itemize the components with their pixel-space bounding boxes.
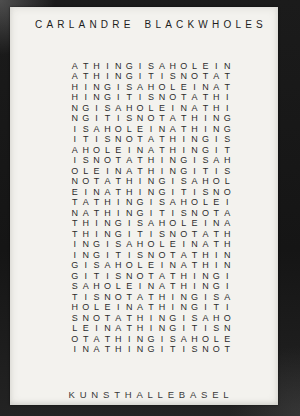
- grid-row: NATHINGITISNOTA: [69, 208, 232, 219]
- grid-cell: I: [128, 230, 131, 239]
- grid-cell: T: [170, 345, 176, 354]
- grid-cell: O: [180, 62, 187, 71]
- grid-cell: N: [224, 62, 231, 71]
- grid-row: TATHINGISAHOLEI: [69, 198, 232, 209]
- grid-cell: O: [137, 104, 144, 113]
- grid-cell: G: [71, 261, 78, 270]
- grid-cell: O: [191, 72, 198, 81]
- grid-cell: T: [116, 177, 122, 186]
- grid-cell: T: [105, 345, 111, 354]
- grid-cell: T: [137, 135, 143, 144]
- grid-cell: O: [158, 83, 165, 92]
- grid-cell: N: [180, 293, 187, 302]
- grid-cell: S: [159, 198, 165, 207]
- grid-cell: T: [126, 314, 132, 323]
- grid-cell: N: [104, 324, 111, 333]
- grid-cell: H: [202, 177, 209, 186]
- grid-cell: O: [82, 177, 89, 186]
- grid-cell: H: [224, 230, 231, 239]
- grid-cell: O: [115, 125, 122, 134]
- grid-cell: T: [148, 272, 154, 281]
- grid-cell: I: [204, 219, 207, 228]
- grid-cell: I: [139, 62, 142, 71]
- grid-cell: N: [82, 345, 89, 354]
- grid-cell: T: [170, 282, 176, 291]
- grid-cell: H: [170, 135, 177, 144]
- grid-cell: I: [95, 104, 98, 113]
- grid-cell: O: [224, 188, 231, 197]
- grid-cell: O: [180, 230, 187, 239]
- grid-cell: A: [104, 188, 110, 197]
- grid-cell: I: [172, 188, 175, 197]
- grid-cell: I: [226, 303, 229, 312]
- grid-cell: H: [93, 62, 100, 71]
- grid-cell: N: [191, 209, 198, 218]
- grid-cell: G: [191, 303, 198, 312]
- grid-cell: I: [84, 83, 87, 92]
- grid-cell: G: [93, 251, 100, 260]
- grid-cell: I: [193, 282, 196, 291]
- grid-cell: I: [193, 156, 196, 165]
- grid-cell: I: [139, 93, 142, 102]
- grid-cell: T: [126, 324, 132, 333]
- grid-row: NOTATHINGISAHOL: [69, 177, 232, 188]
- grid-cell: G: [213, 272, 220, 281]
- grid-cell: H: [104, 125, 111, 134]
- grid-cell: A: [94, 345, 100, 354]
- grid-cell: N: [202, 282, 209, 291]
- grid-cell: N: [93, 188, 100, 197]
- grid-row: LEINATHINGITISN: [69, 324, 232, 335]
- grid-row: INGISAHOLEINATH: [69, 240, 232, 251]
- grid-cell: H: [137, 324, 144, 333]
- grid-row: SAHOLEINATHINGI: [69, 282, 232, 293]
- grid-row: ITISNOTATHINGIS: [69, 135, 232, 146]
- grid-cell: A: [94, 335, 100, 344]
- grid-cell: O: [158, 251, 165, 260]
- grid-cell: N: [213, 114, 220, 123]
- grid-cell: T: [224, 83, 230, 92]
- grid-cell: I: [172, 177, 175, 186]
- grid-cell: A: [72, 146, 78, 155]
- grid-cell: A: [213, 156, 219, 165]
- grid-cell: I: [161, 345, 164, 354]
- grid-cell: A: [94, 125, 100, 134]
- venue-name: KUNSTHALLEBASEL: [17, 389, 285, 400]
- grid-cell: N: [104, 219, 111, 228]
- grid-cell: A: [104, 261, 110, 270]
- grid-cell: T: [72, 198, 78, 207]
- grid-cell: T: [72, 293, 78, 302]
- grid-cell: N: [202, 272, 209, 281]
- grid-cell: I: [204, 125, 207, 134]
- grid-cell: N: [72, 104, 79, 113]
- grid-cell: G: [104, 93, 111, 102]
- grid-cell: I: [204, 114, 207, 123]
- grid-row: ISNOTATHINGISAH: [69, 156, 232, 167]
- grid-cell: N: [104, 230, 111, 239]
- grid-cell: T: [159, 209, 165, 218]
- grid-cell: E: [202, 62, 208, 71]
- grid-row: HINGITISNOTATHI: [69, 93, 232, 104]
- grid-cell: T: [203, 72, 209, 81]
- grid-cell: E: [115, 146, 121, 155]
- grid-cell: L: [83, 167, 88, 176]
- grid-cell: I: [215, 261, 218, 270]
- grid-cell: N: [191, 146, 198, 155]
- grid-cell: N: [159, 93, 166, 102]
- grid-cell: E: [104, 303, 110, 312]
- artist-name: CARLANDRE: [35, 19, 134, 30]
- grid-row: NGITISNOTATHING: [69, 114, 232, 125]
- grid-cell: I: [182, 324, 185, 333]
- grid-cell: L: [94, 303, 99, 312]
- grid-cell: I: [117, 303, 120, 312]
- grid-cell: O: [147, 114, 154, 123]
- grid-cell: S: [137, 251, 143, 260]
- grid-cell: I: [106, 272, 109, 281]
- grid-cell: T: [181, 125, 187, 134]
- grid-cell: E: [72, 188, 78, 197]
- grid-cell: H: [170, 62, 177, 71]
- grid-cell: S: [126, 83, 132, 92]
- grid-cell: I: [182, 314, 185, 323]
- grid-cell: T: [192, 261, 198, 270]
- grid-cell: I: [117, 114, 120, 123]
- grid-cell: H: [191, 125, 198, 134]
- grid-cell: T: [83, 135, 89, 144]
- grid-cell: I: [172, 104, 175, 113]
- grid-cell: T: [105, 114, 111, 123]
- grid-cell: G: [126, 62, 133, 71]
- grid-cell: A: [115, 324, 121, 333]
- grid-cell: H: [104, 198, 111, 207]
- grid-cell: H: [202, 261, 209, 270]
- grid-cell: I: [128, 146, 131, 155]
- grid-cell: I: [182, 135, 185, 144]
- grid-cell: I: [117, 93, 120, 102]
- grid-cell: I: [193, 83, 196, 92]
- grid-cell: T: [83, 335, 89, 344]
- grid-cell: H: [82, 146, 89, 155]
- grid-cell: A: [202, 314, 208, 323]
- grid-cell: T: [116, 251, 122, 260]
- grid-cell: I: [95, 230, 98, 239]
- grid-cell: G: [224, 114, 231, 123]
- grid-cell: H: [82, 219, 89, 228]
- grid-cell: A: [148, 135, 154, 144]
- grid-cell: N: [137, 335, 144, 344]
- grid-cell: I: [106, 240, 109, 249]
- grid-cell: A: [202, 230, 208, 239]
- grid-cell: N: [72, 177, 79, 186]
- grid-cell: N: [159, 314, 166, 323]
- grid-cell: L: [148, 104, 153, 113]
- grid-cell: I: [95, 114, 98, 123]
- grid-cell: G: [93, 240, 100, 249]
- grid-cell: T: [192, 251, 198, 260]
- grid-cell: I: [215, 251, 218, 260]
- grid-cell: E: [159, 104, 165, 113]
- grid-cell: N: [115, 72, 122, 81]
- grid-cell: T: [137, 230, 143, 239]
- grid-cell: S: [83, 156, 89, 165]
- grid-cell: H: [82, 230, 89, 239]
- grid-cell: T: [214, 230, 220, 239]
- grid-cell: H: [148, 83, 155, 92]
- grid-cell: A: [83, 209, 89, 218]
- grid-cell: A: [115, 314, 121, 323]
- grid-cell: A: [83, 198, 89, 207]
- grid-cell: I: [106, 167, 109, 176]
- grid-cell: I: [84, 261, 87, 270]
- grid-cell: S: [192, 345, 198, 354]
- grid-cell: N: [72, 114, 79, 123]
- grid-cell: A: [181, 251, 187, 260]
- grid-cell: I: [128, 219, 131, 228]
- grid-cell: T: [94, 209, 100, 218]
- grid-cell: I: [182, 240, 185, 249]
- grid-cell: I: [193, 167, 196, 176]
- grid-cell: I: [74, 345, 77, 354]
- grid-cell: L: [116, 282, 121, 291]
- grid-cell: O: [147, 240, 154, 249]
- grid-cell: I: [226, 198, 229, 207]
- grid-cell: T: [224, 146, 230, 155]
- grid-cell: I: [161, 167, 164, 176]
- grid-cell: I: [106, 72, 109, 81]
- grid-cell: T: [224, 345, 230, 354]
- grid-cell: E: [181, 83, 187, 92]
- poster-content: CARLANDREBLACKWHOLES ATHINGISAHOLEINATHI…: [17, 7, 285, 405]
- grid-cell: G: [137, 209, 144, 218]
- grid-cell: G: [147, 345, 154, 354]
- grid-cell: H: [72, 303, 79, 312]
- grid-row: ISAHOLEINATHING: [69, 124, 232, 135]
- grid-cell: O: [202, 335, 209, 344]
- grid-cell: T: [192, 230, 198, 239]
- grid-cell: H: [180, 198, 187, 207]
- grid-cell: T: [83, 62, 89, 71]
- grid-cell: T: [148, 303, 154, 312]
- grid-cell: N: [137, 146, 144, 155]
- grid-cell: S: [148, 93, 154, 102]
- grid-cell: H: [202, 251, 209, 260]
- grid-cell: N: [180, 303, 187, 312]
- grid-cell: G: [115, 219, 122, 228]
- grid-cell: T: [181, 188, 187, 197]
- grid-cell: L: [127, 125, 132, 134]
- grid-cell: S: [213, 324, 219, 333]
- grid-cell: H: [148, 167, 155, 176]
- grid-cell: E: [148, 261, 154, 270]
- grid-cell: N: [137, 345, 144, 354]
- grid-row: THINGITISNOTATH: [69, 229, 232, 240]
- grid-cell: I: [139, 188, 142, 197]
- grid-row: TISNOTATHINGISA: [69, 292, 232, 303]
- grid-cell: I: [117, 209, 120, 218]
- grid-cell: S: [94, 261, 100, 270]
- grid-cell: L: [170, 83, 175, 92]
- poster-card: CARLANDREBLACKWHOLES ATHINGISAHOLEINATHI…: [10, 7, 278, 405]
- grid-row: AHOLEINATHINGIT: [69, 145, 232, 156]
- grid-cell: N: [148, 282, 155, 291]
- grid-cell: E: [224, 335, 230, 344]
- grid-cell: L: [159, 240, 164, 249]
- grid-cell: I: [139, 282, 142, 291]
- grid-cell: A: [181, 335, 187, 344]
- grid-cell: N: [115, 62, 122, 71]
- grid-cell: A: [104, 177, 110, 186]
- grid-row: OTATHINGISAHOLE: [69, 334, 232, 345]
- grid-cell: I: [139, 72, 142, 81]
- grid-cell: I: [182, 146, 185, 155]
- grid-cell: S: [159, 230, 165, 239]
- grid-cell: S: [137, 219, 143, 228]
- grid-cell: S: [224, 135, 230, 144]
- grid-cell: L: [138, 261, 143, 270]
- grid-cell: A: [137, 303, 143, 312]
- grid-cell: A: [192, 104, 198, 113]
- grid-cell: A: [192, 93, 198, 102]
- grid-cell: I: [106, 62, 109, 71]
- grid-cell: G: [191, 293, 198, 302]
- grid-cell: H: [72, 93, 79, 102]
- grid-cell: H: [115, 335, 122, 344]
- grid-cell: N: [202, 83, 209, 92]
- grid-cell: I: [74, 135, 77, 144]
- grid-cell: N: [170, 230, 177, 239]
- grid-cell: T: [83, 72, 89, 81]
- grid-cell: I: [117, 83, 120, 92]
- grid-cell: H: [72, 83, 79, 92]
- grid-cell: T: [170, 251, 176, 260]
- letter-grid: ATHINGISAHOLEINATHINGITISNOTATHINGISAHOL…: [69, 61, 232, 355]
- grid-cell: G: [126, 72, 133, 81]
- grid-cell: A: [213, 72, 219, 81]
- grid-cell: I: [74, 240, 77, 249]
- grid-cell: O: [93, 146, 100, 155]
- grid-cell: H: [224, 156, 231, 165]
- grid-cell: T: [94, 177, 100, 186]
- grid-cell: A: [202, 240, 208, 249]
- grid-cell: N: [213, 125, 220, 134]
- grid-cell: L: [203, 198, 208, 207]
- grid-cell: A: [213, 83, 219, 92]
- grid-cell: I: [139, 177, 142, 186]
- grid-cell: O: [169, 219, 176, 228]
- grid-cell: G: [224, 125, 231, 134]
- grid-cell: A: [137, 293, 143, 302]
- grid-cell: T: [148, 72, 154, 81]
- grid-cell: T: [105, 314, 111, 323]
- grid-cell: T: [214, 303, 220, 312]
- grid-cell: S: [202, 188, 208, 197]
- grid-cell: G: [71, 272, 78, 281]
- grid-cell: I: [84, 272, 87, 281]
- grid-cell: N: [202, 345, 209, 354]
- grid-cell: T: [203, 167, 209, 176]
- grid-cell: I: [172, 293, 175, 302]
- grid-cell: I: [95, 219, 98, 228]
- grid-cell: L: [181, 219, 186, 228]
- grid-cell: T: [214, 209, 220, 218]
- grid-cell: H: [180, 282, 187, 291]
- grid-cell: N: [93, 83, 100, 92]
- grid-row: ATHINGITISNOTAT: [69, 72, 232, 83]
- grid-cell: S: [115, 272, 121, 281]
- grid-cell: H: [93, 72, 100, 81]
- grid-row: THINGISAHOLEINA: [69, 219, 232, 230]
- grid-cell: H: [159, 219, 166, 228]
- grid-cell: I: [204, 293, 207, 302]
- grid-cell: H: [170, 146, 177, 155]
- grid-cell: I: [84, 188, 87, 197]
- grid-cell: L: [72, 324, 77, 333]
- grid-cell: T: [126, 93, 132, 102]
- grid-cell: N: [115, 167, 122, 176]
- grid-cell: N: [82, 314, 89, 323]
- grid-cell: N: [148, 177, 155, 186]
- grid-cell: N: [126, 198, 133, 207]
- grid-row: ATHINGISAHOLEIN: [69, 61, 232, 72]
- grid-cell: I: [128, 251, 131, 260]
- grid-cell: I: [150, 209, 153, 218]
- grid-cell: S: [72, 314, 78, 323]
- grid-cell: N: [93, 93, 100, 102]
- grid-cell: H: [126, 188, 133, 197]
- grid-cell: N: [224, 251, 231, 260]
- grid-cell: N: [191, 240, 198, 249]
- grid-cell: I: [74, 156, 77, 165]
- grid-cell: T: [116, 156, 122, 165]
- grid-cell: A: [137, 83, 143, 92]
- grid-cell: O: [93, 314, 100, 323]
- grid-cell: N: [126, 209, 133, 218]
- grid-cell: I: [215, 146, 218, 155]
- grid-cell: T: [214, 240, 220, 249]
- grid-cell: A: [170, 114, 176, 123]
- grid-cell: S: [104, 104, 110, 113]
- grid-cell: I: [215, 62, 218, 71]
- grid-cell: O: [115, 293, 122, 302]
- grid-cell: N: [148, 188, 155, 197]
- grid-cell: I: [95, 324, 98, 333]
- grid-cell: N: [224, 324, 231, 333]
- grid-cell: T: [148, 293, 154, 302]
- grid-cell: O: [71, 167, 78, 176]
- grid-cell: E: [137, 125, 143, 134]
- grid-cell: N: [159, 324, 166, 333]
- grid-row: INGITISNOTATHIN: [69, 250, 232, 261]
- grid-cell: N: [93, 156, 100, 165]
- grid-cell: A: [159, 282, 165, 291]
- grid-cell: H: [213, 314, 220, 323]
- grid-cell: L: [192, 62, 197, 71]
- grid-cell: I: [150, 198, 153, 207]
- grid-cell: N: [82, 240, 89, 249]
- grid-cell: I: [161, 261, 164, 270]
- grid-cell: T: [72, 230, 78, 239]
- grid-cell: A: [83, 282, 89, 291]
- grid-cell: O: [126, 261, 133, 270]
- grid-cell: T: [105, 335, 111, 344]
- grid-cell: G: [213, 282, 220, 291]
- grid-cell: I: [74, 251, 77, 260]
- grid-cell: O: [104, 156, 111, 165]
- grid-row: INATHINGITISNOT: [69, 345, 232, 356]
- grid-row: EINATHINGITISNO: [69, 187, 232, 198]
